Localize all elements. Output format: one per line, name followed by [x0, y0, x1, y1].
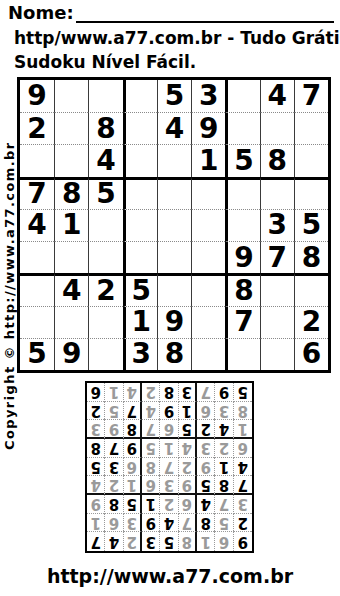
solution-cell-r4c6: 6	[142, 476, 160, 495]
puzzle-cell-r6c8: 7	[260, 241, 294, 273]
solution-cell-r5c2: 1	[215, 458, 233, 477]
puzzle-cell-r8c7: 7	[225, 306, 259, 338]
solution-cell-r9c8: 1	[105, 383, 123, 402]
puzzle-cell-r1c1: 9	[20, 80, 54, 112]
name-fill-line[interactable]	[76, 4, 334, 23]
solution-cell-r9c6: 2	[142, 383, 160, 402]
puzzle-cell-r6c4[interactable]	[123, 241, 157, 273]
solution-cell-r5c7: 6	[124, 458, 142, 477]
solution-cell-r8c6: 4	[142, 402, 160, 421]
puzzle-cell-r4c5[interactable]	[157, 177, 191, 209]
solution-cell-r3c2: 7	[215, 495, 233, 514]
puzzle-cell-r9c7[interactable]	[225, 338, 259, 370]
solution-cell-r5c5: 7	[160, 458, 178, 477]
solution-cell-r4c8: 2	[105, 476, 123, 495]
puzzle-cell-r7c5[interactable]	[157, 273, 191, 305]
puzzle-cell-r7c6[interactable]	[191, 273, 225, 305]
puzzle-cell-r5c3[interactable]	[88, 209, 122, 241]
solution-cell-r6c2: 2	[215, 439, 233, 458]
solution-cell-r2c1: 2	[234, 514, 252, 533]
puzzle-cell-r6c6[interactable]	[191, 241, 225, 273]
puzzle-cell-r6c5[interactable]	[157, 241, 191, 273]
puzzle-cell-r4c7[interactable]	[225, 177, 259, 209]
puzzle-cell-r5c9: 5	[294, 209, 328, 241]
puzzle-cell-r9c5: 8	[157, 338, 191, 370]
solution-cell-r3c3: 4	[197, 495, 215, 514]
puzzle-cell-r4c6[interactable]	[191, 177, 225, 209]
puzzle-cell-r4c8[interactable]	[260, 177, 294, 209]
puzzle-cell-r2c9[interactable]	[294, 112, 328, 144]
puzzle-cell-r8c6[interactable]	[191, 306, 225, 338]
puzzle-cell-r2c4[interactable]	[123, 112, 157, 144]
solution-cell-r7c1: 1	[234, 420, 252, 439]
puzzle-cell-r8c3[interactable]	[88, 306, 122, 338]
solution-cell-r7c8: 9	[105, 420, 123, 439]
solution-cell-r7c6: 7	[142, 420, 160, 439]
solution-cell-r7c3: 2	[197, 420, 215, 439]
puzzle-cell-r4c1: 7	[20, 177, 54, 209]
solution-cell-r8c4: 1	[179, 402, 197, 421]
solution-cell-r8c8: 5	[105, 402, 123, 421]
solution-cell-r6c3: 3	[197, 439, 215, 458]
puzzle-cell-r5c8: 3	[260, 209, 294, 241]
puzzle-cell-r2c8[interactable]	[260, 112, 294, 144]
puzzle-cell-r3c1[interactable]	[20, 144, 54, 176]
puzzle-cell-r9c4: 3	[123, 338, 157, 370]
solution-cell-r5c3: 9	[197, 458, 215, 477]
puzzle-cell-r2c7[interactable]	[225, 112, 259, 144]
solution-cell-r6c4: 4	[179, 439, 197, 458]
puzzle-cell-r5c1: 4	[20, 209, 54, 241]
solution-cell-r1c6: 3	[142, 532, 160, 551]
solution-cell-r1c8: 4	[105, 532, 123, 551]
puzzle-cell-r1c9: 7	[294, 80, 328, 112]
copyright-vertical-text: Copyright © http://www.a77.com.br	[2, 88, 17, 450]
solution-cell-r7c7: 8	[124, 420, 142, 439]
solution-cell-r6c7: 9	[124, 439, 142, 458]
solution-cell-r8c7: 7	[124, 402, 142, 421]
solution-cell-r2c7: 3	[124, 514, 142, 533]
solution-cell-r1c2: 6	[215, 532, 233, 551]
solution-cell-r1c7: 2	[124, 532, 142, 551]
puzzle-cell-r8c9: 2	[294, 306, 328, 338]
puzzle-cell-r5c7[interactable]	[225, 209, 259, 241]
solution-cell-r6c8: 7	[105, 439, 123, 458]
puzzle-cell-r1c6: 3	[191, 80, 225, 112]
name-label: Nome:	[8, 3, 74, 23]
puzzle-cell-r8c1[interactable]	[20, 306, 54, 338]
puzzle-cell-r3c5[interactable]	[157, 144, 191, 176]
puzzle-cell-r1c7[interactable]	[225, 80, 259, 112]
puzzle-cell-r2c5: 4	[157, 112, 191, 144]
solution-cell-r3c1: 3	[234, 495, 252, 514]
solution-cell-r1c4: 8	[179, 532, 197, 551]
puzzle-cell-r3c3: 4	[88, 144, 122, 176]
puzzle-cell-r5c5[interactable]	[157, 209, 191, 241]
solution-cell-r3c7: 5	[124, 495, 142, 514]
solution-cell-r9c3: 7	[197, 383, 215, 402]
solution-cell-r4c2: 8	[215, 476, 233, 495]
solution-cell-r3c4: 6	[179, 495, 197, 514]
solution-cell-r2c5: 4	[160, 514, 178, 533]
sudoku-worksheet-page: Nome: http/www.a77.com.br - Tudo Grátis.…	[0, 0, 340, 596]
puzzle-title: Sudoku Nível Fácil.	[14, 52, 196, 72]
puzzle-cell-r1c2[interactable]	[54, 80, 88, 112]
solution-cell-r8c3: 6	[197, 402, 215, 421]
solution-cell-r9c5: 8	[160, 383, 178, 402]
solution-cell-r6c6: 5	[142, 439, 160, 458]
puzzle-cell-r5c6[interactable]	[191, 209, 225, 241]
puzzle-cell-r7c9[interactable]	[294, 273, 328, 305]
solution-cell-r5c8: 3	[105, 458, 123, 477]
solution-cell-r2c8: 6	[105, 514, 123, 533]
solution-cell-r4c7: 1	[124, 476, 142, 495]
solution-cell-r4c4: 9	[179, 476, 197, 495]
puzzle-cell-r3c6: 1	[191, 144, 225, 176]
solution-cell-r9c4: 3	[179, 383, 197, 402]
puzzle-cell-r4c9[interactable]	[294, 177, 328, 209]
puzzle-cell-r9c2: 9	[54, 338, 88, 370]
puzzle-cell-r1c3[interactable]	[88, 80, 122, 112]
solution-cell-r1c3: 1	[197, 532, 215, 551]
solution-cell-r6c1: 6	[234, 439, 252, 458]
solution-cell-r7c2: 4	[215, 420, 233, 439]
solution-cell-r2c3: 8	[197, 514, 215, 533]
puzzle-cell-r8c4: 1	[123, 306, 157, 338]
solution-cell-r8c1: 8	[234, 402, 252, 421]
solution-cell-r6c9: 8	[87, 439, 105, 458]
puzzle-cell-r3c9[interactable]	[294, 144, 328, 176]
puzzle-cell-r6c1[interactable]	[20, 241, 54, 273]
solution-cell-r6c5: 1	[160, 439, 178, 458]
solution-cell-r3c8: 8	[105, 495, 123, 514]
puzzle-cell-r3c8: 8	[260, 144, 294, 176]
solution-cell-r3c9: 9	[87, 495, 105, 514]
solution-cell-r1c9: 7	[87, 532, 105, 551]
solution-cell-r7c9: 3	[87, 420, 105, 439]
sudoku-solution-grid-rotated: 9618532472587493613746215897859361244192…	[85, 381, 254, 553]
puzzle-cell-r3c4[interactable]	[123, 144, 157, 176]
solution-cell-r2c2: 5	[215, 514, 233, 533]
puzzle-cell-r9c8[interactable]	[260, 338, 294, 370]
solution-cell-r5c1: 4	[234, 458, 252, 477]
puzzle-cell-r7c8[interactable]	[260, 273, 294, 305]
puzzle-cell-r8c8[interactable]	[260, 306, 294, 338]
site-tagline: http/www.a77.com.br - Tudo Grátis.	[14, 28, 340, 48]
solution-cell-r4c5: 3	[160, 476, 178, 495]
puzzle-cell-r2c2[interactable]	[54, 112, 88, 144]
sudoku-puzzle-grid: 953472849415878541359784258197259386	[17, 77, 331, 373]
solution-cell-r4c1: 7	[234, 476, 252, 495]
solution-cell-r9c9: 6	[87, 383, 105, 402]
solution-cell-r9c1: 5	[234, 383, 252, 402]
solution-cell-r8c2: 3	[215, 402, 233, 421]
solution-cell-r4c3: 5	[197, 476, 215, 495]
puzzle-cell-r9c3[interactable]	[88, 338, 122, 370]
puzzle-cell-r7c3: 2	[88, 273, 122, 305]
puzzle-cell-r4c4[interactable]	[123, 177, 157, 209]
solution-cell-r7c5: 6	[160, 420, 178, 439]
solution-cell-r5c4: 2	[179, 458, 197, 477]
puzzle-cell-r7c7: 8	[225, 273, 259, 305]
puzzle-cell-r6c3[interactable]	[88, 241, 122, 273]
solution-cell-r9c2: 9	[215, 383, 233, 402]
puzzle-cell-r1c8: 4	[260, 80, 294, 112]
puzzle-cell-r6c9: 8	[294, 241, 328, 273]
puzzle-cell-r3c7: 5	[225, 144, 259, 176]
solution-cell-r5c6: 8	[142, 458, 160, 477]
puzzle-cell-r6c7: 9	[225, 241, 259, 273]
solution-cell-r8c9: 2	[87, 402, 105, 421]
puzzle-cell-r3c2[interactable]	[54, 144, 88, 176]
solution-cell-r7c4: 5	[179, 420, 197, 439]
puzzle-cell-r1c4[interactable]	[123, 80, 157, 112]
name-row: Nome:	[8, 3, 334, 23]
solution-cell-r4c9: 4	[87, 476, 105, 495]
puzzle-cell-r1c5: 5	[157, 80, 191, 112]
footer-url: http://www.a77.com.br	[0, 565, 340, 587]
solution-cell-r9c7: 4	[124, 383, 142, 402]
puzzle-cell-r7c2: 4	[54, 273, 88, 305]
puzzle-cell-r4c2: 8	[54, 177, 88, 209]
puzzle-cell-r5c2: 1	[54, 209, 88, 241]
puzzle-cell-r6c2[interactable]	[54, 241, 88, 273]
puzzle-cell-r2c3: 8	[88, 112, 122, 144]
solution-cell-r8c5: 9	[160, 402, 178, 421]
puzzle-cell-r4c3: 5	[88, 177, 122, 209]
puzzle-cell-r8c2[interactable]	[54, 306, 88, 338]
puzzle-cell-r7c4: 5	[123, 273, 157, 305]
solution-cell-r1c5: 5	[160, 532, 178, 551]
puzzle-cell-r9c6[interactable]	[191, 338, 225, 370]
solution-cell-r5c9: 5	[87, 458, 105, 477]
solution-cell-r2c4: 7	[179, 514, 197, 533]
solution-cell-r3c5: 2	[160, 495, 178, 514]
puzzle-cell-r7c1[interactable]	[20, 273, 54, 305]
solution-cell-r1c1: 9	[234, 532, 252, 551]
puzzle-cell-r9c1: 5	[20, 338, 54, 370]
solution-cell-r3c6: 1	[142, 495, 160, 514]
puzzle-cell-r2c6: 9	[191, 112, 225, 144]
solution-cell-r2c9: 1	[87, 514, 105, 533]
puzzle-cell-r2c1: 2	[20, 112, 54, 144]
puzzle-cell-r8c5: 9	[157, 306, 191, 338]
puzzle-cell-r5c4[interactable]	[123, 209, 157, 241]
puzzle-cell-r9c9: 6	[294, 338, 328, 370]
solution-cell-r2c6: 9	[142, 514, 160, 533]
